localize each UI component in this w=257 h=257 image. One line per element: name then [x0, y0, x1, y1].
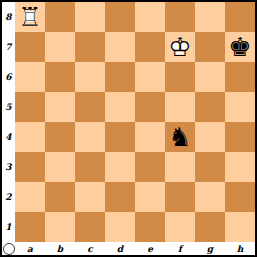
square-d5[interactable] [105, 92, 135, 122]
square-b7[interactable] [45, 32, 75, 62]
square-g4[interactable] [195, 122, 225, 152]
square-f3[interactable] [165, 152, 195, 182]
square-b6[interactable] [45, 62, 75, 92]
square-d6[interactable] [105, 62, 135, 92]
rank-label-2: 2 [2, 182, 15, 212]
square-f6[interactable] [165, 62, 195, 92]
square-d4[interactable] [105, 122, 135, 152]
rank-label-3: 3 [2, 152, 15, 182]
square-b8[interactable] [45, 2, 75, 32]
rank-label-7: 7 [2, 32, 15, 62]
file-label-h: h [225, 242, 255, 255]
rank-label-6: 6 [2, 62, 15, 92]
square-b5[interactable] [45, 92, 75, 122]
file-label-d: d [105, 242, 135, 255]
square-c3[interactable] [75, 152, 105, 182]
file-label-f: f [165, 242, 195, 255]
rank-label-5: 5 [2, 92, 15, 122]
chess-board[interactable]: ♜♖♚♔♚♞ [15, 2, 255, 242]
square-a8[interactable]: ♜♖ [15, 2, 45, 32]
square-f1[interactable] [165, 212, 195, 242]
square-f2[interactable] [165, 182, 195, 212]
square-a6[interactable] [15, 62, 45, 92]
square-g3[interactable] [195, 152, 225, 182]
square-g7[interactable] [195, 32, 225, 62]
square-g1[interactable] [195, 212, 225, 242]
chess-diagram: 87654321 ♜♖♚♔♚♞ abcdefgh [0, 0, 257, 257]
file-labels: abcdefgh [15, 242, 255, 255]
file-label-b: b [45, 242, 75, 255]
square-c8[interactable] [75, 2, 105, 32]
square-a7[interactable] [15, 32, 45, 62]
square-c2[interactable] [75, 182, 105, 212]
square-c1[interactable] [75, 212, 105, 242]
square-h6[interactable] [225, 62, 255, 92]
file-label-e: e [135, 242, 165, 255]
file-label-g: g [195, 242, 225, 255]
square-a4[interactable] [15, 122, 45, 152]
square-h7[interactable]: ♚ [225, 32, 255, 62]
square-g5[interactable] [195, 92, 225, 122]
square-e7[interactable] [135, 32, 165, 62]
square-c7[interactable] [75, 32, 105, 62]
square-d7[interactable] [105, 32, 135, 62]
piece-black-knight-f4[interactable]: ♞ [165, 122, 195, 152]
square-e3[interactable] [135, 152, 165, 182]
square-g6[interactable] [195, 62, 225, 92]
piece-white-rook-a8[interactable]: ♖ [15, 2, 45, 32]
piece-black-king-h7[interactable]: ♚ [225, 32, 255, 62]
square-e4[interactable] [135, 122, 165, 152]
square-a3[interactable] [15, 152, 45, 182]
square-f4[interactable]: ♞ [165, 122, 195, 152]
square-h5[interactable] [225, 92, 255, 122]
square-h4[interactable] [225, 122, 255, 152]
rank-label-4: 4 [2, 122, 15, 152]
square-g8[interactable] [195, 2, 225, 32]
square-d3[interactable] [105, 152, 135, 182]
piece-white-king-f7[interactable]: ♔ [165, 32, 195, 62]
square-c4[interactable] [75, 122, 105, 152]
square-h2[interactable] [225, 182, 255, 212]
square-h3[interactable] [225, 152, 255, 182]
square-a1[interactable] [15, 212, 45, 242]
square-a2[interactable] [15, 182, 45, 212]
file-label-a: a [15, 242, 45, 255]
rank-labels: 87654321 [2, 2, 15, 242]
square-d1[interactable] [105, 212, 135, 242]
white-to-move-indicator [3, 243, 15, 255]
square-h8[interactable] [225, 2, 255, 32]
square-c5[interactable] [75, 92, 105, 122]
square-f5[interactable] [165, 92, 195, 122]
file-label-c: c [75, 242, 105, 255]
square-e1[interactable] [135, 212, 165, 242]
square-e8[interactable] [135, 2, 165, 32]
square-a5[interactable] [15, 92, 45, 122]
square-d8[interactable] [105, 2, 135, 32]
square-h1[interactable] [225, 212, 255, 242]
square-b2[interactable] [45, 182, 75, 212]
square-b3[interactable] [45, 152, 75, 182]
rank-label-1: 1 [2, 212, 15, 242]
square-c6[interactable] [75, 62, 105, 92]
square-g2[interactable] [195, 182, 225, 212]
square-b4[interactable] [45, 122, 75, 152]
square-e2[interactable] [135, 182, 165, 212]
square-e6[interactable] [135, 62, 165, 92]
square-b1[interactable] [45, 212, 75, 242]
square-f7[interactable]: ♚♔ [165, 32, 195, 62]
square-e5[interactable] [135, 92, 165, 122]
rank-label-8: 8 [2, 2, 15, 32]
square-d2[interactable] [105, 182, 135, 212]
square-f8[interactable] [165, 2, 195, 32]
